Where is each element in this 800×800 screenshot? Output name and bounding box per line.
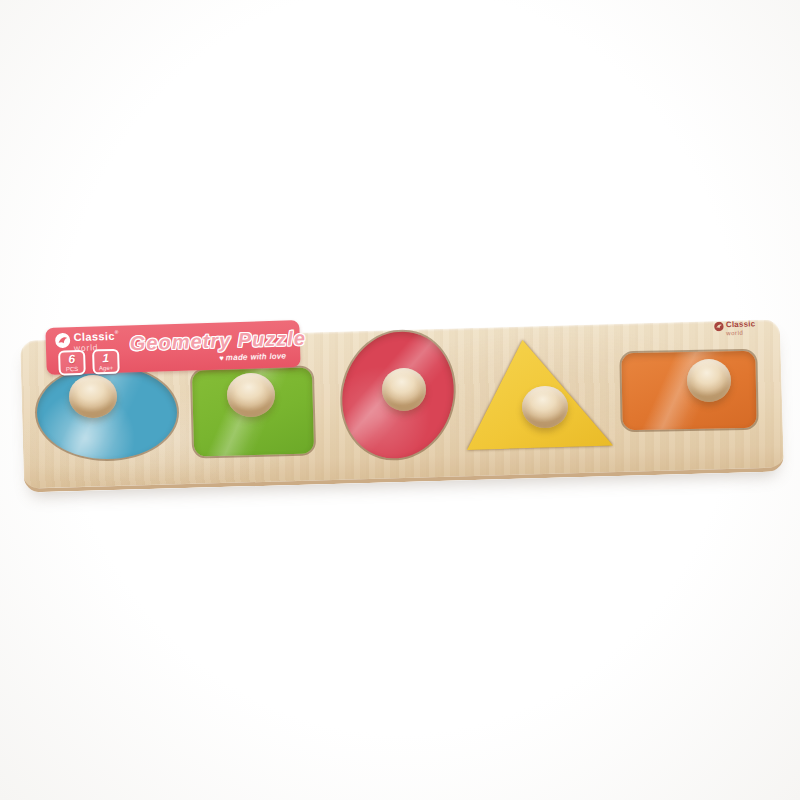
badge-pieces-unit: PCS: [66, 366, 79, 372]
knob-yellow-triangle: [522, 386, 568, 428]
product-photo: Classic® world 6 PCS 1 Age+ Geometry Puz…: [0, 0, 800, 800]
badge-pieces: 6 PCS: [58, 350, 86, 376]
board-brand-text: Classic world: [726, 320, 756, 336]
classicworld-bird-icon: [54, 332, 70, 348]
product-title: Geometry Puzzle: [130, 327, 299, 354]
knob-blue-circle: [69, 375, 117, 418]
badge-pieces-value: 6: [68, 353, 75, 365]
knob-red-oval: [382, 368, 426, 411]
registered-mark: ®: [115, 329, 119, 335]
label-badges: 6 PCS 1 Age+: [58, 349, 120, 376]
badge-age-unit: Age+: [99, 365, 113, 371]
badge-age-value: 1: [102, 352, 109, 364]
board-brand-name: Classic: [726, 320, 756, 329]
board-brand-subname: world: [726, 329, 756, 336]
heart-icon: ♥: [219, 354, 224, 361]
brand-name: Classic®: [73, 331, 119, 343]
badge-age: 1 Age+: [92, 349, 120, 375]
product-label: Classic® world 6 PCS 1 Age+ Geometry Puz…: [45, 320, 300, 375]
board-brand-print: Classic world: [714, 320, 756, 336]
knob-green-square: [227, 373, 275, 417]
knob-orange-rectangle: [687, 359, 731, 402]
product-tagline: ♥ made with love: [219, 351, 286, 362]
tagline-text: made with love: [226, 351, 287, 362]
classicworld-bird-icon-small: [714, 321, 724, 331]
